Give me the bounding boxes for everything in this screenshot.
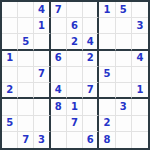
sudoku-cell-r1c8[interactable]: 5 <box>116 2 132 18</box>
sudoku-cell-r5c4[interactable] <box>51 67 67 83</box>
sudoku-cell-r2c3[interactable]: 1 <box>34 18 50 34</box>
sudoku-cell-r1c4[interactable]: 7 <box>51 2 67 18</box>
sudoku-cell-r3c4[interactable] <box>51 34 67 50</box>
sudoku-cell-r4c7[interactable] <box>99 51 115 67</box>
sudoku-cell-r8c9[interactable] <box>132 116 148 132</box>
sudoku-cell-r3c2[interactable]: 5 <box>18 34 34 50</box>
sudoku-cell-r6c7[interactable] <box>99 83 115 99</box>
sudoku-cell-r5c2[interactable] <box>18 67 34 83</box>
sudoku-cell-r2c6[interactable] <box>83 18 99 34</box>
sudoku-cell-r1c3[interactable]: 4 <box>34 2 50 18</box>
sudoku-cell-r2c8[interactable] <box>116 18 132 34</box>
sudoku-cell-r7c8[interactable]: 3 <box>116 99 132 115</box>
sudoku-cell-r4c3[interactable] <box>34 51 50 67</box>
sudoku-cell-r8c2[interactable] <box>18 116 34 132</box>
sudoku-cell-r7c2[interactable] <box>18 99 34 115</box>
sudoku-cell-r3c1[interactable] <box>2 34 18 50</box>
sudoku-cell-r1c5[interactable] <box>67 2 83 18</box>
sudoku-cell-r7c4[interactable]: 8 <box>51 99 67 115</box>
sudoku-cell-r7c1[interactable] <box>2 99 18 115</box>
sudoku-cell-r9c6[interactable]: 6 <box>83 132 99 148</box>
sudoku-cell-r6c1[interactable]: 2 <box>2 83 18 99</box>
sudoku-cell-r5c7[interactable]: 5 <box>99 67 115 83</box>
sudoku-cell-r1c9[interactable] <box>132 2 148 18</box>
sudoku-cell-r4c2[interactable] <box>18 51 34 67</box>
sudoku-cell-r2c4[interactable] <box>51 18 67 34</box>
sudoku-cell-r8c4[interactable] <box>51 116 67 132</box>
sudoku-cell-r9c2[interactable]: 7 <box>18 132 34 148</box>
sudoku-cell-r5c9[interactable] <box>132 67 148 83</box>
sudoku-cell-r5c5[interactable] <box>67 67 83 83</box>
sudoku-cell-r2c2[interactable] <box>18 18 34 34</box>
sudoku-cell-r4c1[interactable]: 1 <box>2 51 18 67</box>
sudoku-cell-r9c4[interactable] <box>51 132 67 148</box>
sudoku-cell-r3c8[interactable] <box>116 34 132 50</box>
sudoku-cell-r8c8[interactable] <box>116 116 132 132</box>
sudoku-cell-r1c1[interactable] <box>2 2 18 18</box>
sudoku-cell-r9c5[interactable] <box>67 132 83 148</box>
sudoku-cell-r8c6[interactable] <box>83 116 99 132</box>
sudoku-cell-r3c6[interactable]: 4 <box>83 34 99 50</box>
sudoku-cell-r4c5[interactable] <box>67 51 83 67</box>
sudoku-cell-r1c6[interactable] <box>83 2 99 18</box>
sudoku-cell-r6c2[interactable] <box>18 83 34 99</box>
sudoku-cell-r7c5[interactable]: 1 <box>67 99 83 115</box>
sudoku-cell-r6c9[interactable]: 1 <box>132 83 148 99</box>
sudoku-cell-r7c9[interactable] <box>132 99 148 115</box>
sudoku-cell-r2c9[interactable]: 3 <box>132 18 148 34</box>
sudoku-cell-r8c7[interactable]: 2 <box>99 116 115 132</box>
sudoku-cell-r5c6[interactable] <box>83 67 99 83</box>
sudoku-cell-r7c6[interactable] <box>83 99 99 115</box>
sudoku-cell-r4c9[interactable]: 4 <box>132 51 148 67</box>
sudoku-cell-r8c3[interactable] <box>34 116 50 132</box>
sudoku-cell-r1c2[interactable] <box>18 2 34 18</box>
sudoku-cell-r5c1[interactable] <box>2 67 18 83</box>
sudoku-cell-r3c3[interactable] <box>34 34 50 50</box>
sudoku-cell-r8c1[interactable]: 5 <box>2 116 18 132</box>
sudoku-cell-r4c8[interactable] <box>116 51 132 67</box>
sudoku-cell-r3c5[interactable]: 2 <box>67 34 83 50</box>
sudoku-cell-r4c4[interactable]: 6 <box>51 51 67 67</box>
sudoku-cell-r7c3[interactable] <box>34 99 50 115</box>
sudoku-cell-r8c5[interactable]: 7 <box>67 116 83 132</box>
sudoku-cell-r5c8[interactable] <box>116 67 132 83</box>
sudoku-cell-r6c8[interactable] <box>116 83 132 99</box>
sudoku-cell-r3c9[interactable] <box>132 34 148 50</box>
sudoku-cell-r9c3[interactable]: 3 <box>34 132 50 148</box>
sudoku-cell-r5c3[interactable]: 7 <box>34 67 50 83</box>
sudoku-cell-r9c9[interactable] <box>132 132 148 148</box>
sudoku-cell-r4c6[interactable]: 2 <box>83 51 99 67</box>
sudoku-cell-r3c7[interactable] <box>99 34 115 50</box>
sudoku-cell-r6c5[interactable] <box>67 83 83 99</box>
sudoku-cell-r6c3[interactable] <box>34 83 50 99</box>
sudoku-cell-r6c4[interactable]: 4 <box>51 83 67 99</box>
sudoku-board: 471516352416247524718135727368 <box>0 0 150 150</box>
sudoku-cell-r9c7[interactable]: 8 <box>99 132 115 148</box>
sudoku-cell-r2c7[interactable] <box>99 18 115 34</box>
sudoku-cell-r1c7[interactable]: 1 <box>99 2 115 18</box>
sudoku-cell-r2c1[interactable] <box>2 18 18 34</box>
sudoku-cell-r9c8[interactable] <box>116 132 132 148</box>
sudoku-cell-r7c7[interactable] <box>99 99 115 115</box>
sudoku-cell-r2c5[interactable]: 6 <box>67 18 83 34</box>
sudoku-cell-r9c1[interactable] <box>2 132 18 148</box>
sudoku-cell-r6c6[interactable]: 7 <box>83 83 99 99</box>
